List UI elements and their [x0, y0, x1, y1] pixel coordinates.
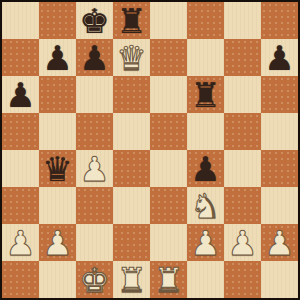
- piece-white-pawn[interactable]: ♟: [261, 224, 298, 261]
- square-d1[interactable]: ♜: [113, 261, 150, 298]
- square-f5[interactable]: [187, 113, 224, 150]
- square-f7[interactable]: [187, 39, 224, 76]
- square-h4[interactable]: [261, 150, 298, 187]
- square-g6[interactable]: [224, 76, 261, 113]
- piece-white-pawn[interactable]: ♟: [76, 150, 113, 187]
- piece-black-pawn[interactable]: ♟: [76, 39, 113, 76]
- square-b4[interactable]: ♛: [39, 150, 76, 187]
- piece-black-queen[interactable]: ♛: [39, 150, 76, 187]
- square-h8[interactable]: [261, 2, 298, 39]
- square-e8[interactable]: [150, 2, 187, 39]
- square-c6[interactable]: [76, 76, 113, 113]
- square-c3[interactable]: [76, 187, 113, 224]
- piece-black-pawn[interactable]: ♟: [2, 76, 39, 113]
- square-g1[interactable]: [224, 261, 261, 298]
- square-d8[interactable]: ♜: [113, 2, 150, 39]
- square-e2[interactable]: [150, 224, 187, 261]
- square-a5[interactable]: [2, 113, 39, 150]
- square-e4[interactable]: [150, 150, 187, 187]
- square-d2[interactable]: [113, 224, 150, 261]
- square-h5[interactable]: [261, 113, 298, 150]
- square-e7[interactable]: [150, 39, 187, 76]
- square-d6[interactable]: [113, 76, 150, 113]
- square-c1[interactable]: ♚: [76, 261, 113, 298]
- square-a2[interactable]: ♟: [2, 224, 39, 261]
- square-a6[interactable]: ♟: [2, 76, 39, 113]
- piece-black-pawn[interactable]: ♟: [39, 39, 76, 76]
- square-g2[interactable]: ♟: [224, 224, 261, 261]
- piece-white-rook[interactable]: ♜: [150, 261, 187, 298]
- piece-black-rook[interactable]: ♜: [113, 2, 150, 39]
- board-frame: ♚♜♟♟♛♟♟♜♛♟♟♞♟♟♟♟♟♚♜♜: [0, 0, 300, 300]
- square-b3[interactable]: [39, 187, 76, 224]
- square-c7[interactable]: ♟: [76, 39, 113, 76]
- square-a1[interactable]: [2, 261, 39, 298]
- piece-black-pawn[interactable]: ♟: [261, 39, 298, 76]
- square-e1[interactable]: ♜: [150, 261, 187, 298]
- piece-white-pawn[interactable]: ♟: [224, 224, 261, 261]
- piece-white-queen[interactable]: ♛: [113, 39, 150, 76]
- square-b8[interactable]: [39, 2, 76, 39]
- piece-white-rook[interactable]: ♜: [113, 261, 150, 298]
- square-g8[interactable]: [224, 2, 261, 39]
- square-a7[interactable]: [2, 39, 39, 76]
- piece-white-king[interactable]: ♚: [76, 261, 113, 298]
- square-d7[interactable]: ♛: [113, 39, 150, 76]
- square-h7[interactable]: ♟: [261, 39, 298, 76]
- square-f6[interactable]: ♜: [187, 76, 224, 113]
- square-f2[interactable]: ♟: [187, 224, 224, 261]
- square-b5[interactable]: [39, 113, 76, 150]
- square-e3[interactable]: [150, 187, 187, 224]
- square-g7[interactable]: [224, 39, 261, 76]
- square-b1[interactable]: [39, 261, 76, 298]
- piece-black-rook[interactable]: ♜: [187, 76, 224, 113]
- chess-board: ♚♜♟♟♛♟♟♜♛♟♟♞♟♟♟♟♟♚♜♜: [2, 2, 298, 298]
- square-d3[interactable]: [113, 187, 150, 224]
- square-f8[interactable]: [187, 2, 224, 39]
- square-g5[interactable]: [224, 113, 261, 150]
- square-e5[interactable]: [150, 113, 187, 150]
- square-d4[interactable]: [113, 150, 150, 187]
- piece-white-pawn[interactable]: ♟: [187, 224, 224, 261]
- square-b2[interactable]: ♟: [39, 224, 76, 261]
- square-c5[interactable]: [76, 113, 113, 150]
- piece-white-pawn[interactable]: ♟: [2, 224, 39, 261]
- square-a8[interactable]: [2, 2, 39, 39]
- square-b7[interactable]: ♟: [39, 39, 76, 76]
- square-g4[interactable]: [224, 150, 261, 187]
- square-a3[interactable]: [2, 187, 39, 224]
- piece-black-king[interactable]: ♚: [76, 2, 113, 39]
- square-b6[interactable]: [39, 76, 76, 113]
- square-c2[interactable]: [76, 224, 113, 261]
- square-f1[interactable]: [187, 261, 224, 298]
- square-f4[interactable]: ♟: [187, 150, 224, 187]
- square-h3[interactable]: [261, 187, 298, 224]
- square-c8[interactable]: ♚: [76, 2, 113, 39]
- square-h1[interactable]: [261, 261, 298, 298]
- square-a4[interactable]: [2, 150, 39, 187]
- piece-white-pawn[interactable]: ♟: [39, 224, 76, 261]
- square-d5[interactable]: [113, 113, 150, 150]
- square-c4[interactable]: ♟: [76, 150, 113, 187]
- square-h6[interactable]: [261, 76, 298, 113]
- piece-black-pawn[interactable]: ♟: [187, 150, 224, 187]
- square-f3[interactable]: ♞: [187, 187, 224, 224]
- square-h2[interactable]: ♟: [261, 224, 298, 261]
- square-g3[interactable]: [224, 187, 261, 224]
- square-e6[interactable]: [150, 76, 187, 113]
- piece-white-knight[interactable]: ♞: [187, 187, 224, 224]
